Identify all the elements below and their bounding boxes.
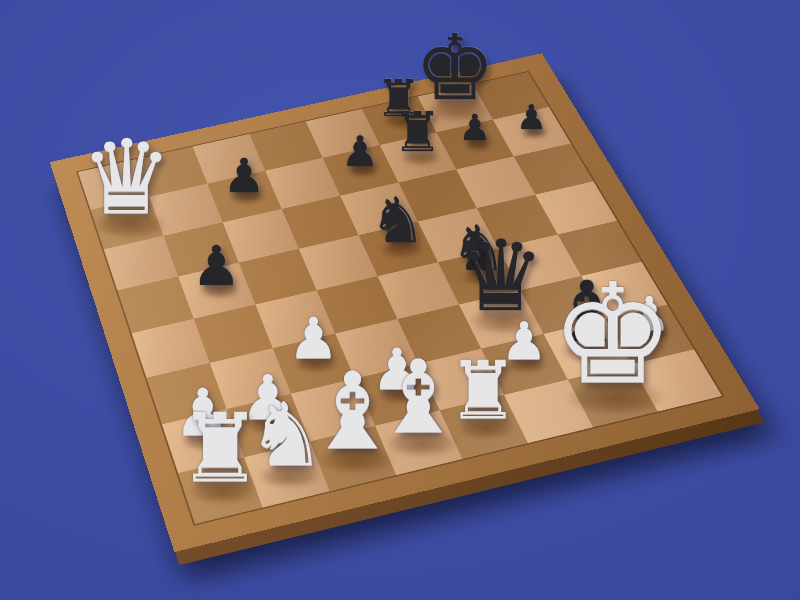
chess-board [50,53,760,552]
scene-background: ♛♟♜♟♞♟♝♟♝♜♟♚♟♚♜♜♟♟♟♟♟♞♞♛♝ [0,0,800,600]
board-grid [78,72,722,524]
